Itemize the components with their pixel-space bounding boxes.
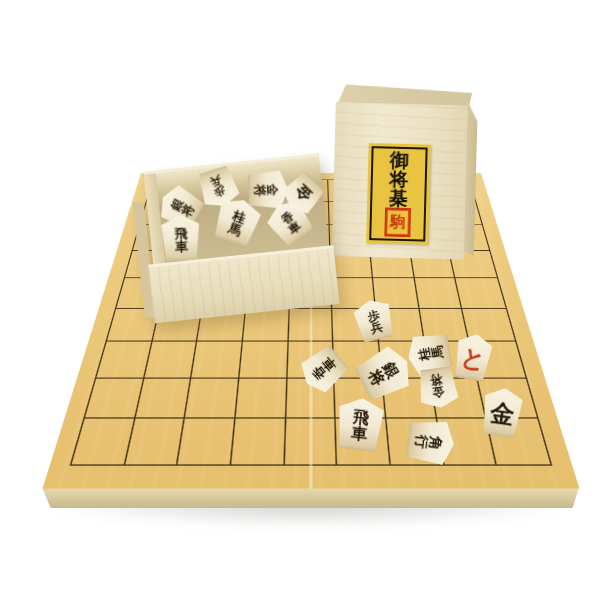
grid-cell [96,342,152,379]
piece-kanji: 角行 [414,434,443,450]
piece-kanji: 歩兵 [366,309,382,335]
seal-char: 駒 [390,215,405,230]
grid-cell [125,419,185,464]
label-red-seal: 駒 [384,207,411,237]
piece-kanji: 桂馬 [417,346,445,362]
piece-kanji: 金 [489,400,515,427]
shogi-set-photo: 歩兵香車銀将桂馬と金将角行金飛車 御 将 棊 駒 歩兵金将銀将桂馬香車飛車金 [0,0,600,600]
piece-kanji: 銀将 [169,197,195,218]
lid-box: 御 将 棊 駒 [332,84,478,260]
lid-box-label: 御 将 棊 駒 [366,143,431,245]
lid-box-label-frame: 御 将 棊 駒 [369,146,427,241]
piece-kanji: 銀将 [366,360,401,388]
piece-kanji: 金将 [254,184,278,195]
grid-cell [85,379,144,420]
grid-cell [178,419,236,464]
grid-cell [456,278,506,308]
grid-cell [239,342,288,379]
koma-box: 歩兵金将銀将桂馬香車飛車金 [139,153,340,324]
board-front-edge [42,487,579,508]
piece-kanji: と [459,345,486,373]
label-char: 棊 [389,189,408,208]
piece-kanji: 金将 [431,374,445,399]
grid-cell [185,379,239,420]
grid-cell [236,379,288,420]
grid-cell [243,309,289,342]
piece-kanji: 飛車 [174,227,187,253]
piece-kanji: 桂馬 [227,209,246,237]
piece-kanji: 飛車 [351,409,369,442]
grid-cell [135,379,192,420]
grid-cell [192,342,243,379]
piece-kanji: 歩兵 [210,174,226,198]
grid-cell [414,278,462,308]
piece-kanji: 金 [293,182,315,204]
piece-kanji: 香車 [279,210,302,236]
grid-cell [144,342,198,379]
grid-cell [231,419,286,464]
piece-kanji: 香車 [311,356,339,382]
piece-hisha[interactable]: 飛車 [158,214,204,262]
